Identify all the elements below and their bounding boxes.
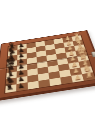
square-a6 — [27, 81, 38, 90]
square-a8: ♜ — [5, 84, 16, 93]
piece-white-pawn-c2: ♟ — [69, 61, 80, 69]
chess-set-photo: ♜♟♟♜♞♟♟♞♝♟♟♝♚♟♟♚♛♟♟♛♝♟♟♝♞♟♟♞♜♟♟♜ — [0, 0, 95, 126]
piece-white-pawn-a2: ♟ — [72, 74, 84, 82]
square-a5 — [38, 79, 50, 88]
square-a1: ♜ — [82, 72, 95, 80]
board-grid: ♜♟♟♜♞♟♟♞♝♟♟♝♚♟♟♚♛♟♟♛♝♟♟♝♞♟♟♞♜♟♟♜ — [4, 35, 95, 94]
chess-board: ♜♟♟♜♞♟♟♞♝♟♟♝♚♟♟♚♛♟♟♛♝♟♟♝♞♟♟♞♜♟♟♜ — [0, 30, 95, 101]
piece-black-pawn-a7: ♟ — [15, 83, 28, 91]
square-a7: ♟ — [16, 83, 27, 92]
square-c1: ♝ — [79, 60, 91, 68]
